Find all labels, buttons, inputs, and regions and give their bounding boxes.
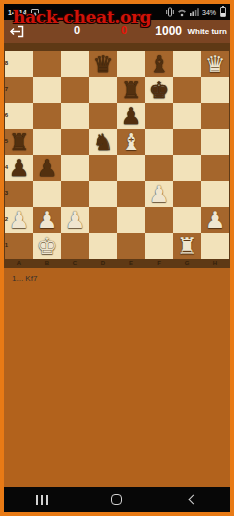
battery-percent: 34% <box>202 9 216 16</box>
wifi-icon <box>177 8 187 17</box>
battery-icon <box>220 7 226 17</box>
recent-apps-button[interactable] <box>4 487 79 512</box>
square-h3[interactable] <box>201 181 229 207</box>
turn-indicator: White turn <box>187 27 227 36</box>
square-d3[interactable] <box>89 181 117 207</box>
square-h5[interactable] <box>201 129 229 155</box>
file-labels: ABCDEFGH <box>5 259 229 268</box>
move-list: 1... Kf7 <box>4 268 230 487</box>
square-b7[interactable] <box>33 77 61 103</box>
square-f2[interactable] <box>145 207 173 233</box>
square-d6[interactable] <box>89 103 117 129</box>
square-a8[interactable] <box>5 51 33 77</box>
square-e3[interactable] <box>117 181 145 207</box>
chess-app-screen: 14:14 34% hack-cheat.org <box>0 0 234 516</box>
square-h8[interactable]: ♛ <box>201 51 229 77</box>
rank-label-8: 8 <box>4 60 9 66</box>
square-g7[interactable] <box>173 77 201 103</box>
move-entry[interactable]: 1... Kf7 <box>12 274 37 283</box>
square-g6[interactable] <box>173 103 201 129</box>
white-king: ♚ <box>33 233 61 259</box>
square-b3[interactable] <box>33 181 61 207</box>
square-a3[interactable] <box>5 181 33 207</box>
home-button[interactable] <box>79 487 154 512</box>
black-pawn: ♟ <box>117 103 145 129</box>
android-nav-bar <box>4 487 230 512</box>
square-h7[interactable] <box>201 77 229 103</box>
back-icon <box>189 495 199 505</box>
square-a6[interactable] <box>5 103 33 129</box>
square-e5[interactable]: ♝ <box>117 129 145 155</box>
square-a1[interactable] <box>5 233 33 259</box>
black-pawn: ♟ <box>5 155 33 181</box>
square-b6[interactable] <box>33 103 61 129</box>
square-a5[interactable]: ♜ <box>5 129 33 155</box>
white-bishop: ♝ <box>117 129 145 155</box>
white-pawn: ♟ <box>5 207 33 233</box>
square-e8[interactable] <box>117 51 145 77</box>
square-f7[interactable]: ♚ <box>145 77 173 103</box>
square-f6[interactable] <box>145 103 173 129</box>
chess-board: ♛♝♛♜♚♟♜♞♝♟♟♟♟♟♟♟♚♜ <box>5 51 229 259</box>
square-c2[interactable]: ♟ <box>61 207 89 233</box>
square-d7[interactable] <box>89 77 117 103</box>
black-bishop: ♝ <box>145 51 173 77</box>
black-rook: ♜ <box>117 77 145 103</box>
square-b8[interactable] <box>33 51 61 77</box>
square-f3[interactable]: ♟ <box>145 181 173 207</box>
white-rook: ♜ <box>173 233 201 259</box>
file-label-b: B <box>33 259 61 268</box>
square-c1[interactable] <box>61 233 89 259</box>
file-label-a: A <box>5 259 33 268</box>
square-c3[interactable] <box>61 181 89 207</box>
square-f1[interactable] <box>145 233 173 259</box>
square-g1[interactable]: ♜ <box>173 233 201 259</box>
rank-label-6: 6 <box>4 112 9 118</box>
file-label-e: E <box>117 259 145 268</box>
white-queen: ♛ <box>201 51 229 77</box>
rank-label-7: 7 <box>4 86 9 92</box>
vibrate-icon <box>166 7 174 17</box>
square-e2[interactable] <box>117 207 145 233</box>
recent-apps-icon <box>36 495 48 505</box>
square-c5[interactable] <box>61 129 89 155</box>
rating-value: 1000 <box>148 24 182 38</box>
square-f5[interactable] <box>145 129 173 155</box>
square-g2[interactable] <box>173 207 201 233</box>
file-label-g: G <box>173 259 201 268</box>
square-d2[interactable] <box>89 207 117 233</box>
square-a2[interactable]: ♟ <box>5 207 33 233</box>
rank-label-3: 3 <box>4 190 9 196</box>
black-rook: ♜ <box>5 129 33 155</box>
white-pawn: ♟ <box>201 207 229 233</box>
square-a4[interactable]: ♟ <box>5 155 33 181</box>
chess-board-frame: ♛♝♛♜♚♟♜♞♝♟♟♟♟♟♟♟♚♜ 87654321 ABCDEFGH <box>4 43 230 268</box>
square-d4[interactable] <box>89 155 117 181</box>
square-c4[interactable] <box>61 155 89 181</box>
square-e6[interactable]: ♟ <box>117 103 145 129</box>
square-h1[interactable] <box>201 233 229 259</box>
rank-label-1: 1 <box>4 242 9 248</box>
square-g3[interactable] <box>173 181 201 207</box>
square-d5[interactable]: ♞ <box>89 129 117 155</box>
square-h6[interactable] <box>201 103 229 129</box>
watermark: hack-cheat.org <box>13 7 151 27</box>
square-e4[interactable] <box>117 155 145 181</box>
file-label-f: F <box>145 259 173 268</box>
back-button[interactable] <box>155 487 230 512</box>
square-f8[interactable]: ♝ <box>145 51 173 77</box>
square-h2[interactable]: ♟ <box>201 207 229 233</box>
square-e7[interactable]: ♜ <box>117 77 145 103</box>
white-pawn: ♟ <box>61 207 89 233</box>
white-pawn: ♟ <box>145 181 173 207</box>
square-f4[interactable] <box>145 155 173 181</box>
square-d8[interactable]: ♛ <box>89 51 117 77</box>
black-pawn: ♟ <box>33 155 61 181</box>
square-b1[interactable]: ♚ <box>33 233 61 259</box>
file-label-d: D <box>89 259 117 268</box>
home-icon <box>111 494 122 505</box>
square-b5[interactable] <box>33 129 61 155</box>
rank-label-5: 5 <box>4 138 9 144</box>
file-label-c: C <box>61 259 89 268</box>
rank-label-4: 4 <box>4 164 9 170</box>
square-c8[interactable] <box>61 51 89 77</box>
black-queen: ♛ <box>89 51 117 77</box>
white-pawn: ♟ <box>33 207 61 233</box>
file-label-h: H <box>201 259 229 268</box>
black-king: ♚ <box>145 77 173 103</box>
status-icons: 34% <box>166 7 226 17</box>
square-h4[interactable] <box>201 155 229 181</box>
square-g4[interactable] <box>173 155 201 181</box>
square-a7[interactable] <box>5 77 33 103</box>
signal-icon <box>190 7 199 17</box>
square-d1[interactable] <box>89 233 117 259</box>
square-g5[interactable] <box>173 129 201 155</box>
square-g8[interactable] <box>173 51 201 77</box>
square-b2[interactable]: ♟ <box>33 207 61 233</box>
square-c6[interactable] <box>61 103 89 129</box>
square-c7[interactable] <box>61 77 89 103</box>
black-knight: ♞ <box>89 129 117 155</box>
rank-label-2: 2 <box>4 216 9 222</box>
square-b4[interactable]: ♟ <box>33 155 61 181</box>
square-e1[interactable] <box>117 233 145 259</box>
